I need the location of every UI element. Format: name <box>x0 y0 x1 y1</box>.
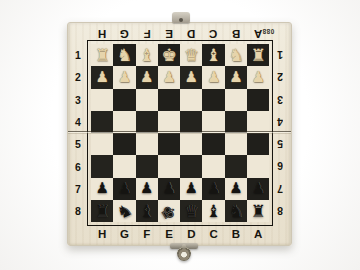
file-label-top-g: G <box>113 26 135 41</box>
file-labels-bottom: HGFEDCBA <box>91 227 269 242</box>
file-label-bottom-g: G <box>113 227 135 242</box>
square-h8[interactable]: ♜ <box>91 200 113 222</box>
square-d5[interactable] <box>180 133 202 155</box>
square-a5[interactable] <box>247 133 269 155</box>
rank-label-left-8: 8 <box>69 200 87 222</box>
square-e7[interactable]: ♟ <box>158 178 180 200</box>
black-pawn-piece: ♟ <box>162 181 175 196</box>
square-a2[interactable]: ♟ <box>247 66 269 88</box>
rank-label-left-6: 6 <box>69 155 87 177</box>
rank-label-left-5: 5 <box>69 133 87 155</box>
square-e6[interactable] <box>158 155 180 177</box>
file-label-bottom-f: F <box>136 227 158 242</box>
square-b3[interactable] <box>225 89 247 111</box>
black-rook-piece: ♜ <box>95 202 110 219</box>
black-pawn-piece: ♟ <box>95 181 108 196</box>
black-pawn-piece: ♟ <box>140 181 153 196</box>
fold-hinge-line <box>68 131 291 134</box>
square-b6[interactable] <box>225 155 247 177</box>
file-label-top-c: C <box>202 26 224 41</box>
square-b7[interactable]: ♟ <box>225 178 247 200</box>
square-c4[interactable] <box>202 111 224 133</box>
square-f4[interactable] <box>136 111 158 133</box>
black-pawn-piece: ♟ <box>118 181 131 196</box>
file-label-bottom-d: D <box>180 227 202 242</box>
rank-label-left-3: 3 <box>69 89 87 111</box>
rank-label-left-4: 4 <box>69 111 87 133</box>
file-labels-top: HGFEDCBA <box>91 26 269 41</box>
white-rook-piece: ♜ <box>251 46 266 63</box>
top-hinge-clasp-icon <box>172 12 190 23</box>
rank-label-right-4: 4 <box>271 111 289 133</box>
file-label-bottom-e: E <box>158 227 180 242</box>
file-label-bottom-h: H <box>91 227 113 242</box>
white-knight-piece: ♞ <box>228 46 243 63</box>
product-photo: HGFEDCBA HGFEDCBA 12345678 12345678 088 … <box>0 0 360 270</box>
square-f7[interactable]: ♟ <box>136 178 158 200</box>
black-bishop-piece: ♝ <box>139 202 154 219</box>
white-rook-piece: ♜ <box>95 46 110 63</box>
square-d7[interactable]: ♟ <box>180 178 202 200</box>
square-a4[interactable] <box>247 111 269 133</box>
square-h1[interactable]: ♜ <box>91 44 113 66</box>
rank-label-right-7: 7 <box>271 178 289 200</box>
square-g6[interactable] <box>113 155 135 177</box>
black-queen-piece: ♛ <box>184 202 199 219</box>
square-h3[interactable] <box>91 89 113 111</box>
square-d2[interactable]: ♟ <box>180 66 202 88</box>
square-g8[interactable]: ♞ <box>113 200 135 222</box>
square-e4[interactable] <box>158 111 180 133</box>
square-c3[interactable] <box>202 89 224 111</box>
white-pawn-piece: ♟ <box>95 69 108 84</box>
black-pawn-piece: ♟ <box>229 181 242 196</box>
folding-chess-box: HGFEDCBA HGFEDCBA 12345678 12345678 088 … <box>67 22 292 246</box>
square-h6[interactable] <box>91 155 113 177</box>
bottom-latch-ring-icon <box>177 247 191 261</box>
square-b2[interactable]: ♟ <box>225 66 247 88</box>
square-f5[interactable] <box>136 133 158 155</box>
square-h4[interactable] <box>91 111 113 133</box>
square-e1[interactable]: ♚ <box>158 44 180 66</box>
square-c6[interactable] <box>202 155 224 177</box>
black-king-piece: ♚ <box>157 202 179 224</box>
white-queen-piece: ♛ <box>184 46 199 63</box>
square-g7[interactable]: ♟ <box>113 178 135 200</box>
white-pawn-piece: ♟ <box>140 69 153 84</box>
black-pawn-piece: ♟ <box>185 181 198 196</box>
square-e8[interactable]: ♚ <box>158 200 180 222</box>
black-bishop-piece: ♝ <box>206 202 221 219</box>
black-knight-piece: ♞ <box>228 202 243 219</box>
square-e2[interactable]: ♟ <box>158 66 180 88</box>
square-h5[interactable] <box>91 133 113 155</box>
square-d4[interactable] <box>180 111 202 133</box>
square-a6[interactable] <box>247 155 269 177</box>
white-knight-piece: ♞ <box>117 46 132 63</box>
square-c1[interactable]: ♝ <box>202 44 224 66</box>
square-h2[interactable]: ♟ <box>91 66 113 88</box>
rank-label-right-1: 1 <box>271 44 289 66</box>
white-king-piece: ♚ <box>161 46 176 63</box>
rank-label-left-7: 7 <box>69 178 87 200</box>
rank-label-right-2: 2 <box>271 66 289 88</box>
square-c5[interactable] <box>202 133 224 155</box>
square-a1[interactable]: ♜ <box>247 44 269 66</box>
square-b1[interactable]: ♞ <box>225 44 247 66</box>
file-label-top-h: H <box>91 26 113 41</box>
white-bishop-piece: ♝ <box>206 46 221 63</box>
rank-label-left-2: 2 <box>69 66 87 88</box>
square-f3[interactable] <box>136 89 158 111</box>
square-a7[interactable]: ♟ <box>247 178 269 200</box>
square-f1[interactable]: ♝ <box>136 44 158 66</box>
rank-label-right-5: 5 <box>271 133 289 155</box>
rank-label-left-1: 1 <box>69 44 87 66</box>
black-pawn-piece: ♟ <box>207 181 220 196</box>
square-b8[interactable]: ♞ <box>225 200 247 222</box>
white-pawn-piece: ♟ <box>118 69 131 84</box>
square-g2[interactable]: ♟ <box>113 66 135 88</box>
square-g5[interactable] <box>113 133 135 155</box>
file-label-top-f: F <box>136 26 158 41</box>
clasp-pin-icon <box>179 18 183 22</box>
product-code: 088 <box>262 28 274 35</box>
white-pawn-piece: ♟ <box>162 69 175 84</box>
file-label-bottom-b: B <box>225 227 247 242</box>
square-e5[interactable] <box>158 133 180 155</box>
white-pawn-piece: ♟ <box>252 69 265 84</box>
square-g4[interactable] <box>113 111 135 133</box>
square-g1[interactable]: ♞ <box>113 44 135 66</box>
file-label-bottom-a: A <box>247 227 269 242</box>
square-g3[interactable] <box>113 89 135 111</box>
square-h7[interactable]: ♟ <box>91 178 113 200</box>
square-d1[interactable]: ♛ <box>180 44 202 66</box>
square-b5[interactable] <box>225 133 247 155</box>
black-pawn-piece: ♟ <box>252 181 265 196</box>
square-d6[interactable] <box>180 155 202 177</box>
file-label-bottom-c: C <box>202 227 224 242</box>
white-bishop-piece: ♝ <box>139 46 154 63</box>
square-a8[interactable]: ♜ <box>247 200 269 222</box>
square-d8[interactable]: ♛ <box>180 200 202 222</box>
square-c8[interactable]: ♝ <box>202 200 224 222</box>
square-f6[interactable] <box>136 155 158 177</box>
file-label-top-d: D <box>180 26 202 41</box>
file-label-top-e: E <box>158 26 180 41</box>
white-pawn-piece: ♟ <box>207 69 220 84</box>
white-pawn-piece: ♟ <box>185 69 198 84</box>
square-b4[interactable] <box>225 111 247 133</box>
square-a3[interactable] <box>247 89 269 111</box>
square-f8[interactable]: ♝ <box>136 200 158 222</box>
rank-label-right-8: 8 <box>271 200 289 222</box>
square-e3[interactable] <box>158 89 180 111</box>
black-rook-piece: ♜ <box>251 202 266 219</box>
black-knight-piece: ♞ <box>114 200 135 222</box>
square-c2[interactable]: ♟ <box>202 66 224 88</box>
file-label-top-b: B <box>225 26 247 41</box>
square-d3[interactable] <box>180 89 202 111</box>
rank-label-right-6: 6 <box>271 155 289 177</box>
white-pawn-piece: ♟ <box>229 69 242 84</box>
square-c7[interactable]: ♟ <box>202 178 224 200</box>
square-f2[interactable]: ♟ <box>136 66 158 88</box>
rank-label-right-3: 3 <box>271 89 289 111</box>
